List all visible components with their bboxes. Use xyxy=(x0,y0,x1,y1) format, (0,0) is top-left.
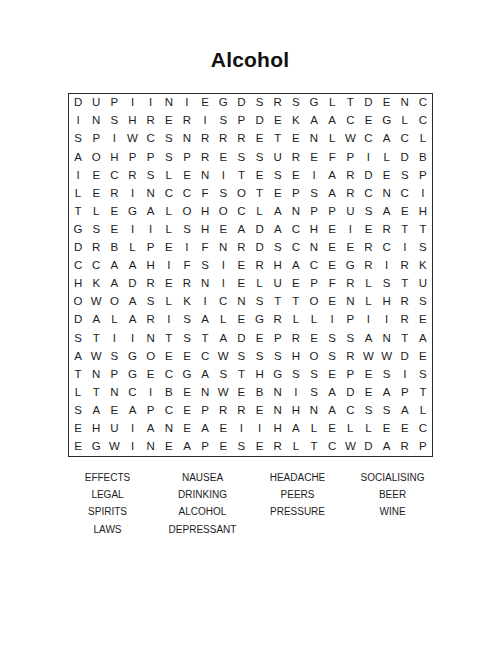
grid-cell-r18c2[interactable]: A xyxy=(87,402,105,420)
grid-cell-r3c2[interactable]: P xyxy=(87,130,105,148)
grid-cell-r19c18[interactable]: E xyxy=(378,420,396,438)
grid-cell-r14c5[interactable]: N xyxy=(142,329,160,347)
grid-cell-r1c14[interactable]: G xyxy=(305,94,323,112)
grid-cell-r7c19[interactable]: E xyxy=(396,203,414,221)
grid-cell-r11c5[interactable]: R xyxy=(142,275,160,293)
grid-cell-r9c4[interactable]: L xyxy=(123,239,141,257)
grid-cell-r19c7[interactable]: E xyxy=(178,420,196,438)
grid-cell-r14c19[interactable]: T xyxy=(396,329,414,347)
grid-cell-r17c16[interactable]: D xyxy=(341,384,359,402)
grid-cell-r18c1[interactable]: S xyxy=(69,402,87,420)
grid-cell-r15c20[interactable]: E xyxy=(414,347,432,365)
grid-cell-r19c13[interactable]: A xyxy=(287,420,305,438)
grid-cell-r12c20[interactable]: S xyxy=(414,293,432,311)
grid-cell-r6c11[interactable]: T xyxy=(250,185,268,203)
grid-cell-r8c18[interactable]: R xyxy=(378,221,396,239)
grid-cell-r17c17[interactable]: E xyxy=(359,384,377,402)
grid-cell-r8c17[interactable]: E xyxy=(359,221,377,239)
grid-cell-r18c4[interactable]: A xyxy=(123,402,141,420)
grid-cell-r7c1[interactable]: T xyxy=(69,203,87,221)
grid-cell-r4c14[interactable]: E xyxy=(305,148,323,166)
grid-cell-r14c8[interactable]: T xyxy=(196,329,214,347)
grid-cell-r17c14[interactable]: S xyxy=(305,384,323,402)
grid-cell-r4c15[interactable]: F xyxy=(323,148,341,166)
grid-cell-r20c11[interactable]: E xyxy=(250,438,268,456)
grid-cell-r20c4[interactable]: I xyxy=(123,438,141,456)
grid-cell-r10c16[interactable]: G xyxy=(341,257,359,275)
grid-cell-r5c4[interactable]: R xyxy=(123,166,141,184)
grid-cell-r20c2[interactable]: G xyxy=(87,438,105,456)
grid-cell-r8c10[interactable]: A xyxy=(232,221,250,239)
grid-cell-r5c8[interactable]: N xyxy=(196,166,214,184)
grid-cell-r3c12[interactable]: T xyxy=(269,130,287,148)
grid-cell-r1c10[interactable]: D xyxy=(232,94,250,112)
grid-cell-r18c17[interactable]: S xyxy=(359,402,377,420)
grid-cell-r8c2[interactable]: S xyxy=(87,221,105,239)
grid-cell-r7c9[interactable]: O xyxy=(214,203,232,221)
grid-cell-r2c18[interactable]: G xyxy=(378,112,396,130)
grid-cell-r9c17[interactable]: R xyxy=(359,239,377,257)
grid-cell-r6c18[interactable]: N xyxy=(378,185,396,203)
grid-cell-r16c18[interactable]: S xyxy=(378,366,396,384)
grid-cell-r1c5[interactable]: I xyxy=(142,94,160,112)
grid-cell-r3c5[interactable]: C xyxy=(142,130,160,148)
grid-cell-r19c19[interactable]: E xyxy=(396,420,414,438)
grid-cell-r16c1[interactable]: T xyxy=(69,366,87,384)
grid-cell-r13c14[interactable]: L xyxy=(305,311,323,329)
grid-cell-r17c9[interactable]: W xyxy=(214,384,232,402)
grid-cell-r11c2[interactable]: K xyxy=(87,275,105,293)
grid-cell-r12c7[interactable]: K xyxy=(178,293,196,311)
grid-cell-r16c12[interactable]: G xyxy=(269,366,287,384)
grid-cell-r18c10[interactable]: R xyxy=(232,402,250,420)
grid-cell-r18c5[interactable]: P xyxy=(142,402,160,420)
grid-cell-r18c12[interactable]: N xyxy=(269,402,287,420)
grid-cell-r11c12[interactable]: U xyxy=(269,275,287,293)
grid-cell-r16c15[interactable]: E xyxy=(323,366,341,384)
grid-cell-r17c5[interactable]: I xyxy=(142,384,160,402)
grid-cell-r15c15[interactable]: S xyxy=(323,347,341,365)
grid-cell-r15c18[interactable]: W xyxy=(378,347,396,365)
grid-cell-r13c15[interactable]: I xyxy=(323,311,341,329)
grid-cell-r16c2[interactable]: N xyxy=(87,366,105,384)
grid-cell-r20c7[interactable]: A xyxy=(178,438,196,456)
grid-cell-r1c17[interactable]: D xyxy=(359,94,377,112)
grid-cell-r5c14[interactable]: I xyxy=(305,166,323,184)
grid-cell-r3c9[interactable]: R xyxy=(214,130,232,148)
grid-cell-r11c6[interactable]: E xyxy=(160,275,178,293)
grid-cell-r15c12[interactable]: S xyxy=(269,347,287,365)
grid-cell-r4c20[interactable]: B xyxy=(414,148,432,166)
grid-cell-r9c10[interactable]: R xyxy=(232,239,250,257)
grid-cell-r7c12[interactable]: A xyxy=(269,203,287,221)
grid-cell-r11c4[interactable]: D xyxy=(123,275,141,293)
grid-cell-r6c3[interactable]: R xyxy=(105,185,123,203)
grid-cell-r18c16[interactable]: C xyxy=(341,402,359,420)
grid-cell-r10c19[interactable]: R xyxy=(396,257,414,275)
grid-cell-r17c3[interactable]: N xyxy=(105,384,123,402)
grid-cell-r2c9[interactable]: S xyxy=(214,112,232,130)
grid-cell-r12c13[interactable]: T xyxy=(287,293,305,311)
grid-cell-r10c20[interactable]: K xyxy=(414,257,432,275)
grid-cell-r3c7[interactable]: N xyxy=(178,130,196,148)
grid-cell-r15c13[interactable]: H xyxy=(287,347,305,365)
grid-cell-r6c10[interactable]: O xyxy=(232,185,250,203)
grid-cell-r11c18[interactable]: S xyxy=(378,275,396,293)
grid-cell-r5c9[interactable]: I xyxy=(214,166,232,184)
grid-cell-r20c16[interactable]: W xyxy=(341,438,359,456)
grid-cell-r8c8[interactable]: H xyxy=(196,221,214,239)
grid-cell-r3c18[interactable]: A xyxy=(378,130,396,148)
grid-cell-r16c6[interactable]: C xyxy=(160,366,178,384)
grid-cell-r13c11[interactable]: G xyxy=(250,311,268,329)
grid-cell-r9c14[interactable]: N xyxy=(305,239,323,257)
grid-cell-r4c13[interactable]: R xyxy=(287,148,305,166)
grid-cell-r10c10[interactable]: E xyxy=(232,257,250,275)
grid-cell-r20c9[interactable]: E xyxy=(214,438,232,456)
grid-cell-r6c14[interactable]: S xyxy=(305,185,323,203)
grid-cell-r4c12[interactable]: U xyxy=(269,148,287,166)
grid-cell-r13c17[interactable]: I xyxy=(359,311,377,329)
grid-cell-r20c10[interactable]: S xyxy=(232,438,250,456)
grid-cell-r11c13[interactable]: E xyxy=(287,275,305,293)
grid-cell-r10c6[interactable]: I xyxy=(160,257,178,275)
grid-cell-r3c15[interactable]: L xyxy=(323,130,341,148)
grid-cell-r18c6[interactable]: C xyxy=(160,402,178,420)
grid-cell-r17c7[interactable]: E xyxy=(178,384,196,402)
grid-cell-r7c17[interactable]: S xyxy=(359,203,377,221)
grid-cell-r3c17[interactable]: C xyxy=(359,130,377,148)
grid-cell-r15c3[interactable]: S xyxy=(105,347,123,365)
grid-cell-r20c19[interactable]: R xyxy=(396,438,414,456)
grid-cell-r2c3[interactable]: S xyxy=(105,112,123,130)
grid-cell-r8c6[interactable]: L xyxy=(160,221,178,239)
grid-cell-r16c20[interactable]: S xyxy=(414,366,432,384)
grid-cell-r11c14[interactable]: P xyxy=(305,275,323,293)
grid-cell-r2c12[interactable]: E xyxy=(269,112,287,130)
grid-cell-r6c17[interactable]: C xyxy=(359,185,377,203)
grid-cell-r2c11[interactable]: D xyxy=(250,112,268,130)
grid-cell-r17c13[interactable]: I xyxy=(287,384,305,402)
grid-cell-r13c2[interactable]: A xyxy=(87,311,105,329)
grid-cell-r13c20[interactable]: E xyxy=(414,311,432,329)
grid-cell-r16c7[interactable]: G xyxy=(178,366,196,384)
grid-cell-r15c14[interactable]: O xyxy=(305,347,323,365)
grid-cell-r4c5[interactable]: P xyxy=(142,148,160,166)
grid-cell-r8c12[interactable]: A xyxy=(269,221,287,239)
grid-cell-r5c11[interactable]: E xyxy=(250,166,268,184)
grid-cell-r6c20[interactable]: I xyxy=(414,185,432,203)
wordsearch-grid[interactable]: DUPIINIEGDSRSGLTDENCINSHRERISPDEKAACEGLC… xyxy=(68,93,433,457)
grid-cell-r9c20[interactable]: S xyxy=(414,239,432,257)
grid-cell-r17c2[interactable]: T xyxy=(87,384,105,402)
grid-cell-r10c13[interactable]: A xyxy=(287,257,305,275)
grid-cell-r14c12[interactable]: P xyxy=(269,329,287,347)
grid-cell-r3c6[interactable]: S xyxy=(160,130,178,148)
grid-cell-r12c8[interactable]: I xyxy=(196,293,214,311)
grid-cell-r18c13[interactable]: H xyxy=(287,402,305,420)
grid-cell-r15c17[interactable]: W xyxy=(359,347,377,365)
grid-cell-r7c14[interactable]: P xyxy=(305,203,323,221)
grid-cell-r11c11[interactable]: L xyxy=(250,275,268,293)
grid-cell-r3c1[interactable]: S xyxy=(69,130,87,148)
grid-cell-r17c8[interactable]: N xyxy=(196,384,214,402)
grid-cell-r13c12[interactable]: R xyxy=(269,311,287,329)
grid-cell-r3c20[interactable]: L xyxy=(414,130,432,148)
grid-cell-r12c6[interactable]: L xyxy=(160,293,178,311)
grid-cell-r19c3[interactable]: U xyxy=(105,420,123,438)
grid-cell-r16c17[interactable]: E xyxy=(359,366,377,384)
grid-cell-r15c16[interactable]: R xyxy=(341,347,359,365)
grid-cell-r12c19[interactable]: R xyxy=(396,293,414,311)
grid-cell-r16c14[interactable]: S xyxy=(305,366,323,384)
grid-cell-r19c17[interactable]: L xyxy=(359,420,377,438)
grid-cell-r4c4[interactable]: P xyxy=(123,148,141,166)
grid-cell-r20c15[interactable]: C xyxy=(323,438,341,456)
grid-cell-r13c13[interactable]: L xyxy=(287,311,305,329)
grid-cell-r1c19[interactable]: N xyxy=(396,94,414,112)
grid-cell-r7c16[interactable]: U xyxy=(341,203,359,221)
grid-cell-r2c15[interactable]: A xyxy=(323,112,341,130)
grid-cell-r4c6[interactable]: S xyxy=(160,148,178,166)
grid-cell-r5c16[interactable]: R xyxy=(341,166,359,184)
grid-cell-r8c19[interactable]: T xyxy=(396,221,414,239)
grid-cell-r7c11[interactable]: L xyxy=(250,203,268,221)
grid-cell-r12c1[interactable]: O xyxy=(69,293,87,311)
grid-cell-r13c9[interactable]: L xyxy=(214,311,232,329)
grid-cell-r4c18[interactable]: L xyxy=(378,148,396,166)
grid-cell-r16c9[interactable]: S xyxy=(214,366,232,384)
grid-cell-r1c18[interactable]: E xyxy=(378,94,396,112)
grid-cell-r4c8[interactable]: R xyxy=(196,148,214,166)
grid-cell-r2c4[interactable]: H xyxy=(123,112,141,130)
grid-cell-r1c13[interactable]: S xyxy=(287,94,305,112)
grid-cell-r16c16[interactable]: P xyxy=(341,366,359,384)
grid-cell-r1c9[interactable]: G xyxy=(214,94,232,112)
grid-cell-r14c14[interactable]: E xyxy=(305,329,323,347)
grid-cell-r3c19[interactable]: C xyxy=(396,130,414,148)
grid-cell-r4c9[interactable]: E xyxy=(214,148,232,166)
grid-cell-r5c3[interactable]: C xyxy=(105,166,123,184)
grid-cell-r9c16[interactable]: E xyxy=(341,239,359,257)
grid-cell-r7c8[interactable]: H xyxy=(196,203,214,221)
grid-cell-r19c16[interactable]: L xyxy=(341,420,359,438)
grid-cell-r10c12[interactable]: H xyxy=(269,257,287,275)
grid-cell-r7c3[interactable]: E xyxy=(105,203,123,221)
grid-cell-r16c13[interactable]: S xyxy=(287,366,305,384)
grid-cell-r13c19[interactable]: R xyxy=(396,311,414,329)
grid-cell-r17c4[interactable]: C xyxy=(123,384,141,402)
grid-cell-r19c12[interactable]: H xyxy=(269,420,287,438)
grid-cell-r6c6[interactable]: C xyxy=(160,185,178,203)
grid-cell-r7c5[interactable]: A xyxy=(142,203,160,221)
grid-cell-r3c8[interactable]: R xyxy=(196,130,214,148)
grid-cell-r14c18[interactable]: N xyxy=(378,329,396,347)
grid-cell-r8c14[interactable]: H xyxy=(305,221,323,239)
grid-cell-r5c13[interactable]: E xyxy=(287,166,305,184)
grid-cell-r6c19[interactable]: C xyxy=(396,185,414,203)
grid-cell-r19c10[interactable]: I xyxy=(232,420,250,438)
grid-cell-r17c11[interactable]: B xyxy=(250,384,268,402)
grid-cell-r1c20[interactable]: C xyxy=(414,94,432,112)
grid-cell-r11c10[interactable]: E xyxy=(232,275,250,293)
grid-cell-r7c20[interactable]: H xyxy=(414,203,432,221)
grid-cell-r12c16[interactable]: N xyxy=(341,293,359,311)
grid-cell-r18c14[interactable]: N xyxy=(305,402,323,420)
grid-cell-r15c11[interactable]: S xyxy=(250,347,268,365)
grid-cell-r14c11[interactable]: E xyxy=(250,329,268,347)
grid-cell-r10c1[interactable]: C xyxy=(69,257,87,275)
grid-cell-r9c5[interactable]: P xyxy=(142,239,160,257)
grid-cell-r14c20[interactable]: A xyxy=(414,329,432,347)
grid-cell-r9c19[interactable]: I xyxy=(396,239,414,257)
grid-cell-r7c18[interactable]: A xyxy=(378,203,396,221)
grid-cell-r12c2[interactable]: W xyxy=(87,293,105,311)
grid-cell-r8c3[interactable]: E xyxy=(105,221,123,239)
grid-cell-r14c17[interactable]: A xyxy=(359,329,377,347)
grid-cell-r20c8[interactable]: P xyxy=(196,438,214,456)
grid-cell-r17c10[interactable]: E xyxy=(232,384,250,402)
grid-cell-r6c16[interactable]: R xyxy=(341,185,359,203)
grid-cell-r20c12[interactable]: R xyxy=(269,438,287,456)
grid-cell-r12c18[interactable]: H xyxy=(378,293,396,311)
grid-cell-r11c3[interactable]: A xyxy=(105,275,123,293)
grid-cell-r19c2[interactable]: H xyxy=(87,420,105,438)
grid-cell-r10c9[interactable]: I xyxy=(214,257,232,275)
grid-cell-r19c20[interactable]: C xyxy=(414,420,432,438)
grid-cell-r18c15[interactable]: A xyxy=(323,402,341,420)
grid-cell-r3c11[interactable]: E xyxy=(250,130,268,148)
grid-cell-r8c15[interactable]: E xyxy=(323,221,341,239)
grid-cell-r16c3[interactable]: P xyxy=(105,366,123,384)
grid-cell-r20c3[interactable]: W xyxy=(105,438,123,456)
grid-cell-r11c9[interactable]: I xyxy=(214,275,232,293)
grid-cell-r10c18[interactable]: I xyxy=(378,257,396,275)
grid-cell-r5c12[interactable]: S xyxy=(269,166,287,184)
grid-cell-r10c11[interactable]: R xyxy=(250,257,268,275)
grid-cell-r3c3[interactable]: I xyxy=(105,130,123,148)
grid-cell-r12c10[interactable]: N xyxy=(232,293,250,311)
grid-cell-r9c11[interactable]: D xyxy=(250,239,268,257)
grid-cell-r5c10[interactable]: T xyxy=(232,166,250,184)
grid-cell-r2c17[interactable]: E xyxy=(359,112,377,130)
grid-cell-r18c20[interactable]: L xyxy=(414,402,432,420)
grid-cell-r18c9[interactable]: R xyxy=(214,402,232,420)
grid-cell-r8c7[interactable]: S xyxy=(178,221,196,239)
grid-cell-r5c5[interactable]: S xyxy=(142,166,160,184)
grid-cell-r5c15[interactable]: A xyxy=(323,166,341,184)
grid-cell-r5c2[interactable]: E xyxy=(87,166,105,184)
grid-cell-r14c1[interactable]: S xyxy=(69,329,87,347)
grid-cell-r17c1[interactable]: L xyxy=(69,384,87,402)
grid-cell-r20c20[interactable]: P xyxy=(414,438,432,456)
grid-cell-r10c14[interactable]: C xyxy=(305,257,323,275)
grid-cell-r20c18[interactable]: A xyxy=(378,438,396,456)
grid-cell-r11c1[interactable]: H xyxy=(69,275,87,293)
grid-cell-r4c7[interactable]: P xyxy=(178,148,196,166)
grid-cell-r13c5[interactable]: R xyxy=(142,311,160,329)
grid-cell-r1c16[interactable]: T xyxy=(341,94,359,112)
grid-cell-r7c15[interactable]: P xyxy=(323,203,341,221)
grid-cell-r1c11[interactable]: S xyxy=(250,94,268,112)
grid-cell-r14c16[interactable]: S xyxy=(341,329,359,347)
grid-cell-r13c8[interactable]: A xyxy=(196,311,214,329)
grid-cell-r6c9[interactable]: S xyxy=(214,185,232,203)
grid-cell-r14c4[interactable]: I xyxy=(123,329,141,347)
grid-cell-r8c11[interactable]: D xyxy=(250,221,268,239)
grid-cell-r10c5[interactable]: H xyxy=(142,257,160,275)
grid-cell-r5c19[interactable]: S xyxy=(396,166,414,184)
grid-cell-r2c7[interactable]: R xyxy=(178,112,196,130)
grid-cell-r1c8[interactable]: E xyxy=(196,94,214,112)
grid-cell-r11c19[interactable]: T xyxy=(396,275,414,293)
grid-cell-r3c16[interactable]: W xyxy=(341,130,359,148)
grid-cell-r4c10[interactable]: S xyxy=(232,148,250,166)
grid-cell-r4c2[interactable]: O xyxy=(87,148,105,166)
grid-cell-r14c15[interactable]: S xyxy=(323,329,341,347)
grid-cell-r10c3[interactable]: A xyxy=(105,257,123,275)
grid-cell-r9c8[interactable]: F xyxy=(196,239,214,257)
grid-cell-r16c8[interactable]: A xyxy=(196,366,214,384)
grid-cell-r20c5[interactable]: N xyxy=(142,438,160,456)
grid-cell-r3c14[interactable]: N xyxy=(305,130,323,148)
grid-cell-r9c15[interactable]: E xyxy=(323,239,341,257)
grid-cell-r20c1[interactable]: E xyxy=(69,438,87,456)
grid-cell-r7c7[interactable]: O xyxy=(178,203,196,221)
grid-cell-r15c8[interactable]: C xyxy=(196,347,214,365)
grid-cell-r13c10[interactable]: E xyxy=(232,311,250,329)
grid-cell-r11c20[interactable]: U xyxy=(414,275,432,293)
grid-cell-r2c2[interactable]: N xyxy=(87,112,105,130)
grid-cell-r5c1[interactable]: I xyxy=(69,166,87,184)
grid-cell-r16c5[interactable]: E xyxy=(142,366,160,384)
grid-cell-r13c4[interactable]: A xyxy=(123,311,141,329)
grid-cell-r14c7[interactable]: S xyxy=(178,329,196,347)
grid-cell-r10c17[interactable]: R xyxy=(359,257,377,275)
grid-cell-r3c10[interactable]: R xyxy=(232,130,250,148)
grid-cell-r3c13[interactable]: E xyxy=(287,130,305,148)
grid-cell-r14c9[interactable]: A xyxy=(214,329,232,347)
grid-cell-r18c8[interactable]: P xyxy=(196,402,214,420)
grid-cell-r15c4[interactable]: G xyxy=(123,347,141,365)
grid-cell-r10c4[interactable]: A xyxy=(123,257,141,275)
grid-cell-r15c9[interactable]: W xyxy=(214,347,232,365)
grid-cell-r13c6[interactable]: I xyxy=(160,311,178,329)
grid-cell-r1c4[interactable]: I xyxy=(123,94,141,112)
grid-cell-r18c19[interactable]: A xyxy=(396,402,414,420)
grid-cell-r2c6[interactable]: E xyxy=(160,112,178,130)
grid-cell-r17c15[interactable]: A xyxy=(323,384,341,402)
grid-cell-r6c12[interactable]: E xyxy=(269,185,287,203)
grid-cell-r18c3[interactable]: E xyxy=(105,402,123,420)
grid-cell-r13c16[interactable]: P xyxy=(341,311,359,329)
grid-cell-r9c7[interactable]: I xyxy=(178,239,196,257)
grid-cell-r19c11[interactable]: I xyxy=(250,420,268,438)
grid-cell-r15c1[interactable]: A xyxy=(69,347,87,365)
grid-cell-r6c5[interactable]: N xyxy=(142,185,160,203)
grid-cell-r19c5[interactable]: A xyxy=(142,420,160,438)
grid-cell-r14c2[interactable]: T xyxy=(87,329,105,347)
grid-cell-r8c16[interactable]: I xyxy=(341,221,359,239)
grid-cell-r6c15[interactable]: A xyxy=(323,185,341,203)
grid-cell-r18c11[interactable]: E xyxy=(250,402,268,420)
grid-cell-r19c14[interactable]: L xyxy=(305,420,323,438)
grid-cell-r5c7[interactable]: E xyxy=(178,166,196,184)
grid-cell-r17c19[interactable]: P xyxy=(396,384,414,402)
grid-cell-r16c10[interactable]: T xyxy=(232,366,250,384)
grid-cell-r20c17[interactable]: D xyxy=(359,438,377,456)
grid-cell-r5c20[interactable]: P xyxy=(414,166,432,184)
